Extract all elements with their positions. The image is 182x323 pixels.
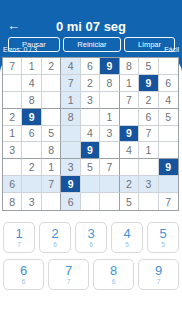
cell-r4c7[interactable] bbox=[120, 109, 139, 126]
digit-pad-row-2: 66778697 bbox=[3, 259, 179, 290]
cell-r9c4[interactable]: 6 bbox=[61, 193, 80, 210]
cell-r8c2[interactable] bbox=[22, 176, 41, 193]
cell-r7c1[interactable] bbox=[3, 159, 22, 176]
cell-r6c1[interactable]: 3 bbox=[3, 142, 22, 159]
cell-r9c1[interactable]: 8 bbox=[3, 193, 22, 210]
cell-r8c8[interactable]: 3 bbox=[139, 176, 158, 193]
cell-r3c7[interactable]: 7 bbox=[120, 92, 139, 109]
cell-r7c5[interactable]: 5 bbox=[81, 159, 100, 176]
cell-r2c1[interactable] bbox=[3, 75, 22, 92]
digit-button-3[interactable]: 36 bbox=[75, 222, 107, 253]
cell-r6c7[interactable]: 4 bbox=[120, 142, 139, 159]
digit-label: 1 bbox=[15, 227, 22, 240]
cell-r3c9[interactable]: 4 bbox=[159, 92, 178, 109]
cell-r2c3[interactable] bbox=[42, 75, 61, 92]
digit-count: 7 bbox=[67, 278, 71, 286]
timer-label: 0 mi 07 seg bbox=[0, 19, 182, 34]
cell-r5c3[interactable]: 5 bbox=[42, 126, 61, 143]
digit-label: 7 bbox=[65, 264, 72, 277]
digit-button-6[interactable]: 66 bbox=[3, 259, 44, 290]
digit-label: 6 bbox=[20, 264, 27, 277]
cell-r5c5[interactable]: 4 bbox=[81, 126, 100, 143]
cell-r7c7[interactable] bbox=[120, 159, 139, 176]
cell-r9c8[interactable] bbox=[139, 193, 158, 210]
cell-r8c1[interactable]: 6 bbox=[3, 176, 22, 193]
cell-r5c7[interactable]: 9 bbox=[120, 126, 139, 143]
cell-r4c4[interactable]: 8 bbox=[61, 109, 80, 126]
cell-r9c2[interactable]: 3 bbox=[22, 193, 41, 210]
digit-button-2[interactable]: 26 bbox=[39, 222, 71, 253]
cell-r6c6[interactable] bbox=[100, 142, 119, 159]
sudoku-board: 7124698547281968137242981651654397389412… bbox=[2, 57, 179, 211]
digit-label: 4 bbox=[123, 227, 130, 240]
cell-r4c6[interactable]: 1 bbox=[100, 109, 119, 126]
cell-r8c5[interactable] bbox=[81, 176, 100, 193]
cell-r8c7[interactable]: 2 bbox=[120, 176, 139, 193]
cell-r9c3[interactable] bbox=[42, 193, 61, 210]
digit-count: 7 bbox=[17, 241, 21, 249]
cell-r5c1[interactable]: 1 bbox=[3, 126, 22, 143]
digit-count: 6 bbox=[53, 241, 57, 249]
cell-r7c6[interactable]: 7 bbox=[100, 159, 119, 176]
cell-r9c6[interactable] bbox=[100, 193, 119, 210]
digit-count: 6 bbox=[22, 278, 26, 286]
cell-r2c6[interactable]: 8 bbox=[100, 75, 119, 92]
digit-label: 5 bbox=[159, 227, 166, 240]
cell-r1c3[interactable]: 2 bbox=[42, 58, 61, 75]
cell-r4c2[interactable]: 9 bbox=[22, 109, 41, 126]
difficulty-label: Fácil bbox=[164, 46, 179, 53]
cell-r4c1[interactable]: 2 bbox=[3, 109, 22, 126]
cell-r1c2[interactable]: 1 bbox=[22, 58, 41, 75]
cell-r9c5[interactable] bbox=[81, 193, 100, 210]
digit-button-9[interactable]: 97 bbox=[138, 259, 179, 290]
cell-r2c8[interactable]: 9 bbox=[139, 75, 158, 92]
status-row: Erros: 0 / 3 Fácil bbox=[3, 46, 179, 53]
digit-button-4[interactable]: 45 bbox=[111, 222, 143, 253]
cell-r3c4[interactable]: 1 bbox=[61, 92, 80, 109]
cell-r7c4[interactable]: 3 bbox=[61, 159, 80, 176]
digit-count: 7 bbox=[157, 278, 161, 286]
cell-r6c2[interactable] bbox=[22, 142, 41, 159]
cell-r7c8[interactable] bbox=[139, 159, 158, 176]
cell-r9c9[interactable]: 7 bbox=[159, 193, 178, 210]
digit-button-1[interactable]: 17 bbox=[3, 222, 35, 253]
cell-r5c8[interactable]: 7 bbox=[139, 126, 158, 143]
cell-r8c9[interactable] bbox=[159, 176, 178, 193]
digit-count: 6 bbox=[89, 241, 93, 249]
cell-r5c4[interactable] bbox=[61, 126, 80, 143]
cell-r1c9[interactable] bbox=[159, 58, 178, 75]
cell-r1c6[interactable]: 9 bbox=[100, 58, 119, 75]
errors-label: Erros: 0 / 3 bbox=[3, 46, 37, 53]
cell-r9c7[interactable]: 5 bbox=[120, 193, 139, 210]
cell-r5c2[interactable]: 6 bbox=[22, 126, 41, 143]
cell-r3c2[interactable]: 8 bbox=[22, 92, 41, 109]
cell-r2c7[interactable]: 1 bbox=[120, 75, 139, 92]
cell-r4c8[interactable]: 6 bbox=[139, 109, 158, 126]
cell-r7c3[interactable]: 1 bbox=[42, 159, 61, 176]
digit-label: 2 bbox=[51, 227, 58, 240]
cell-r8c4[interactable]: 9 bbox=[61, 176, 80, 193]
digit-button-8[interactable]: 86 bbox=[93, 259, 134, 290]
cell-r1c8[interactable]: 5 bbox=[139, 58, 158, 75]
cell-r1c7[interactable]: 8 bbox=[120, 58, 139, 75]
cell-r8c3[interactable]: 7 bbox=[42, 176, 61, 193]
sudoku-app: ← 0 mi 07 seg Pausar Reiniciar Limpar Er… bbox=[0, 0, 182, 323]
cell-r3c5[interactable]: 3 bbox=[81, 92, 100, 109]
cell-r8c6[interactable] bbox=[100, 176, 119, 193]
digit-button-7[interactable]: 77 bbox=[48, 259, 89, 290]
digit-button-5[interactable]: 55 bbox=[147, 222, 179, 253]
content-card: 7124698547281968137242981651654397389412… bbox=[0, 57, 182, 323]
cell-r1c5[interactable]: 6 bbox=[81, 58, 100, 75]
cell-r7c2[interactable]: 2 bbox=[22, 159, 41, 176]
cell-r3c6[interactable] bbox=[100, 92, 119, 109]
cell-r6c8[interactable]: 1 bbox=[139, 142, 158, 159]
digit-count: 6 bbox=[112, 278, 116, 286]
cell-r2c5[interactable]: 2 bbox=[81, 75, 100, 92]
cell-r7c9[interactable]: 9 bbox=[159, 159, 178, 176]
cell-r1c1[interactable]: 7 bbox=[3, 58, 22, 75]
cell-r3c1[interactable] bbox=[3, 92, 22, 109]
cell-r1c4[interactable]: 4 bbox=[61, 58, 80, 75]
digit-label: 9 bbox=[155, 264, 162, 277]
cell-r6c5[interactable]: 9 bbox=[81, 142, 100, 159]
cell-r4c3[interactable] bbox=[42, 109, 61, 126]
digit-pad-row-1: 1726364555 bbox=[3, 222, 179, 253]
digit-label: 3 bbox=[87, 227, 94, 240]
digit-count: 5 bbox=[125, 241, 129, 249]
cell-r6c3[interactable]: 8 bbox=[42, 142, 61, 159]
cell-r6c4[interactable] bbox=[61, 142, 80, 159]
cell-r4c5[interactable] bbox=[81, 109, 100, 126]
digit-count: 5 bbox=[161, 241, 165, 249]
digit-label: 8 bbox=[110, 264, 117, 277]
cell-r5c6[interactable]: 3 bbox=[100, 126, 119, 143]
cell-r3c3[interactable] bbox=[42, 92, 61, 109]
cell-r2c4[interactable]: 7 bbox=[61, 75, 80, 92]
cell-r3c8[interactable]: 2 bbox=[139, 92, 158, 109]
cell-r2c9[interactable]: 6 bbox=[159, 75, 178, 92]
cell-r6c9[interactable] bbox=[159, 142, 178, 159]
cell-r5c9[interactable] bbox=[159, 126, 178, 143]
cell-r4c9[interactable]: 5 bbox=[159, 109, 178, 126]
cell-r2c2[interactable]: 4 bbox=[22, 75, 41, 92]
